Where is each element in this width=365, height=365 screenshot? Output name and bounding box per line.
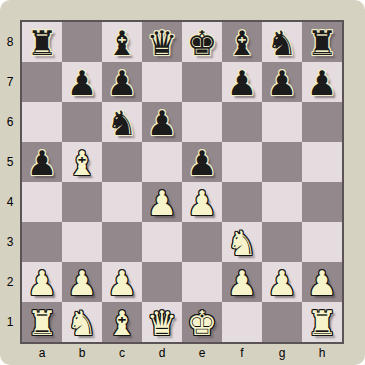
square-b3[interactable]: [62, 222, 102, 262]
file-label-a: a: [22, 344, 62, 362]
file-labels: abcdefgh: [22, 344, 342, 362]
file-label-c: c: [102, 344, 142, 362]
square-c8[interactable]: ♝: [102, 22, 142, 62]
square-f3[interactable]: ♞: [222, 222, 262, 262]
square-e7[interactable]: [182, 62, 222, 102]
square-g4[interactable]: [262, 182, 302, 222]
piece-white-pawn[interactable]: ♟: [222, 262, 262, 302]
square-a5[interactable]: ♟: [22, 142, 62, 182]
rank-label-4: 4: [0, 182, 20, 222]
rank-label-3: 3: [0, 222, 20, 262]
square-h7[interactable]: ♟: [302, 62, 342, 102]
square-h2[interactable]: ♟: [302, 262, 342, 302]
square-d6[interactable]: ♟: [142, 102, 182, 142]
square-b2[interactable]: ♟: [62, 262, 102, 302]
piece-white-rook[interactable]: ♜: [302, 302, 342, 342]
rank-label-2: 2: [0, 262, 20, 302]
square-d4[interactable]: ♟: [142, 182, 182, 222]
rank-label-7: 7: [0, 62, 20, 102]
piece-white-king[interactable]: ♚: [182, 302, 222, 342]
piece-black-queen[interactable]: ♛: [142, 22, 182, 62]
file-label-b: b: [62, 344, 102, 362]
square-f6[interactable]: [222, 102, 262, 142]
piece-white-pawn[interactable]: ♟: [142, 182, 182, 222]
piece-black-pawn[interactable]: ♟: [222, 62, 262, 102]
piece-black-pawn[interactable]: ♟: [102, 62, 142, 102]
piece-white-bishop[interactable]: ♝: [102, 302, 142, 342]
piece-white-rook[interactable]: ♜: [22, 302, 62, 342]
square-e3[interactable]: [182, 222, 222, 262]
rank-labels: 87654321: [0, 22, 20, 342]
square-e5[interactable]: ♟: [182, 142, 222, 182]
chess-board-widget: 87654321 ♜♝♛♚♝♞♜♟♟♟♟♟♞♟♟♝♟♟♟♞♟♟♟♟♟♟♜♞♝♛♚…: [0, 0, 365, 365]
square-h1[interactable]: ♜: [302, 302, 342, 342]
square-g2[interactable]: ♟: [262, 262, 302, 302]
rank-label-5: 5: [0, 142, 20, 182]
square-e4[interactable]: ♟: [182, 182, 222, 222]
piece-white-pawn[interactable]: ♟: [22, 262, 62, 302]
square-g6[interactable]: [262, 102, 302, 142]
square-a4[interactable]: [22, 182, 62, 222]
piece-black-pawn[interactable]: ♟: [62, 62, 102, 102]
square-b5[interactable]: ♝: [62, 142, 102, 182]
square-d8[interactable]: ♛: [142, 22, 182, 62]
square-a2[interactable]: ♟: [22, 262, 62, 302]
square-a8[interactable]: ♜: [22, 22, 62, 62]
piece-white-pawn[interactable]: ♟: [262, 262, 302, 302]
piece-black-rook[interactable]: ♜: [22, 22, 62, 62]
piece-black-bishop[interactable]: ♝: [102, 22, 142, 62]
file-label-h: h: [302, 344, 342, 362]
square-d1[interactable]: ♛: [142, 302, 182, 342]
square-f7[interactable]: ♟: [222, 62, 262, 102]
square-h6[interactable]: [302, 102, 342, 142]
square-f1[interactable]: [222, 302, 262, 342]
square-c3[interactable]: [102, 222, 142, 262]
square-e8[interactable]: ♚: [182, 22, 222, 62]
rank-label-6: 6: [0, 102, 20, 142]
piece-white-knight[interactable]: ♞: [222, 222, 262, 262]
piece-white-pawn[interactable]: ♟: [302, 262, 342, 302]
square-h4[interactable]: [302, 182, 342, 222]
square-e6[interactable]: [182, 102, 222, 142]
square-f4[interactable]: [222, 182, 262, 222]
square-a1[interactable]: ♜: [22, 302, 62, 342]
square-d7[interactable]: [142, 62, 182, 102]
file-label-e: e: [182, 344, 222, 362]
rank-label-8: 8: [0, 22, 20, 62]
square-a3[interactable]: [22, 222, 62, 262]
piece-white-bishop[interactable]: ♝: [62, 142, 102, 182]
square-h5[interactable]: [302, 142, 342, 182]
piece-black-pawn[interactable]: ♟: [22, 142, 62, 182]
square-g1[interactable]: [262, 302, 302, 342]
piece-black-bishop[interactable]: ♝: [222, 22, 262, 62]
square-f2[interactable]: ♟: [222, 262, 262, 302]
square-a7[interactable]: [22, 62, 62, 102]
square-d3[interactable]: [142, 222, 182, 262]
square-g8[interactable]: ♞: [262, 22, 302, 62]
piece-black-pawn[interactable]: ♟: [142, 102, 182, 142]
square-e1[interactable]: ♚: [182, 302, 222, 342]
square-c6[interactable]: ♞: [102, 102, 142, 142]
piece-white-pawn[interactable]: ♟: [62, 262, 102, 302]
square-c2[interactable]: ♟: [102, 262, 142, 302]
piece-black-pawn[interactable]: ♟: [182, 142, 222, 182]
piece-white-pawn[interactable]: ♟: [182, 182, 222, 222]
square-c1[interactable]: ♝: [102, 302, 142, 342]
rank-label-1: 1: [0, 302, 20, 342]
file-label-f: f: [222, 344, 262, 362]
square-b6[interactable]: [62, 102, 102, 142]
piece-black-pawn[interactable]: ♟: [262, 62, 302, 102]
square-f8[interactable]: ♝: [222, 22, 262, 62]
piece-black-rook[interactable]: ♜: [302, 22, 342, 62]
square-c7[interactable]: ♟: [102, 62, 142, 102]
square-g3[interactable]: [262, 222, 302, 262]
piece-black-pawn[interactable]: ♟: [302, 62, 342, 102]
chess-board[interactable]: ♜♝♛♚♝♞♜♟♟♟♟♟♞♟♟♝♟♟♟♞♟♟♟♟♟♟♜♞♝♛♚♜: [20, 20, 344, 344]
square-b4[interactable]: [62, 182, 102, 222]
file-label-d: d: [142, 344, 182, 362]
piece-white-queen[interactable]: ♛: [142, 302, 182, 342]
square-h8[interactable]: ♜: [302, 22, 342, 62]
square-c4[interactable]: [102, 182, 142, 222]
square-d2[interactable]: [142, 262, 182, 302]
piece-black-knight[interactable]: ♞: [102, 102, 142, 142]
piece-white-pawn[interactable]: ♟: [102, 262, 142, 302]
square-b1[interactable]: ♞: [62, 302, 102, 342]
piece-white-knight[interactable]: ♞: [62, 302, 102, 342]
square-g7[interactable]: ♟: [262, 62, 302, 102]
square-c5[interactable]: [102, 142, 142, 182]
square-d5[interactable]: [142, 142, 182, 182]
square-g5[interactable]: [262, 142, 302, 182]
file-label-g: g: [262, 344, 302, 362]
square-a6[interactable]: [22, 102, 62, 142]
square-h3[interactable]: [302, 222, 342, 262]
square-b7[interactable]: ♟: [62, 62, 102, 102]
square-e2[interactable]: [182, 262, 222, 302]
square-b8[interactable]: [62, 22, 102, 62]
piece-black-king[interactable]: ♚: [182, 22, 222, 62]
piece-black-knight[interactable]: ♞: [262, 22, 302, 62]
square-f5[interactable]: [222, 142, 262, 182]
